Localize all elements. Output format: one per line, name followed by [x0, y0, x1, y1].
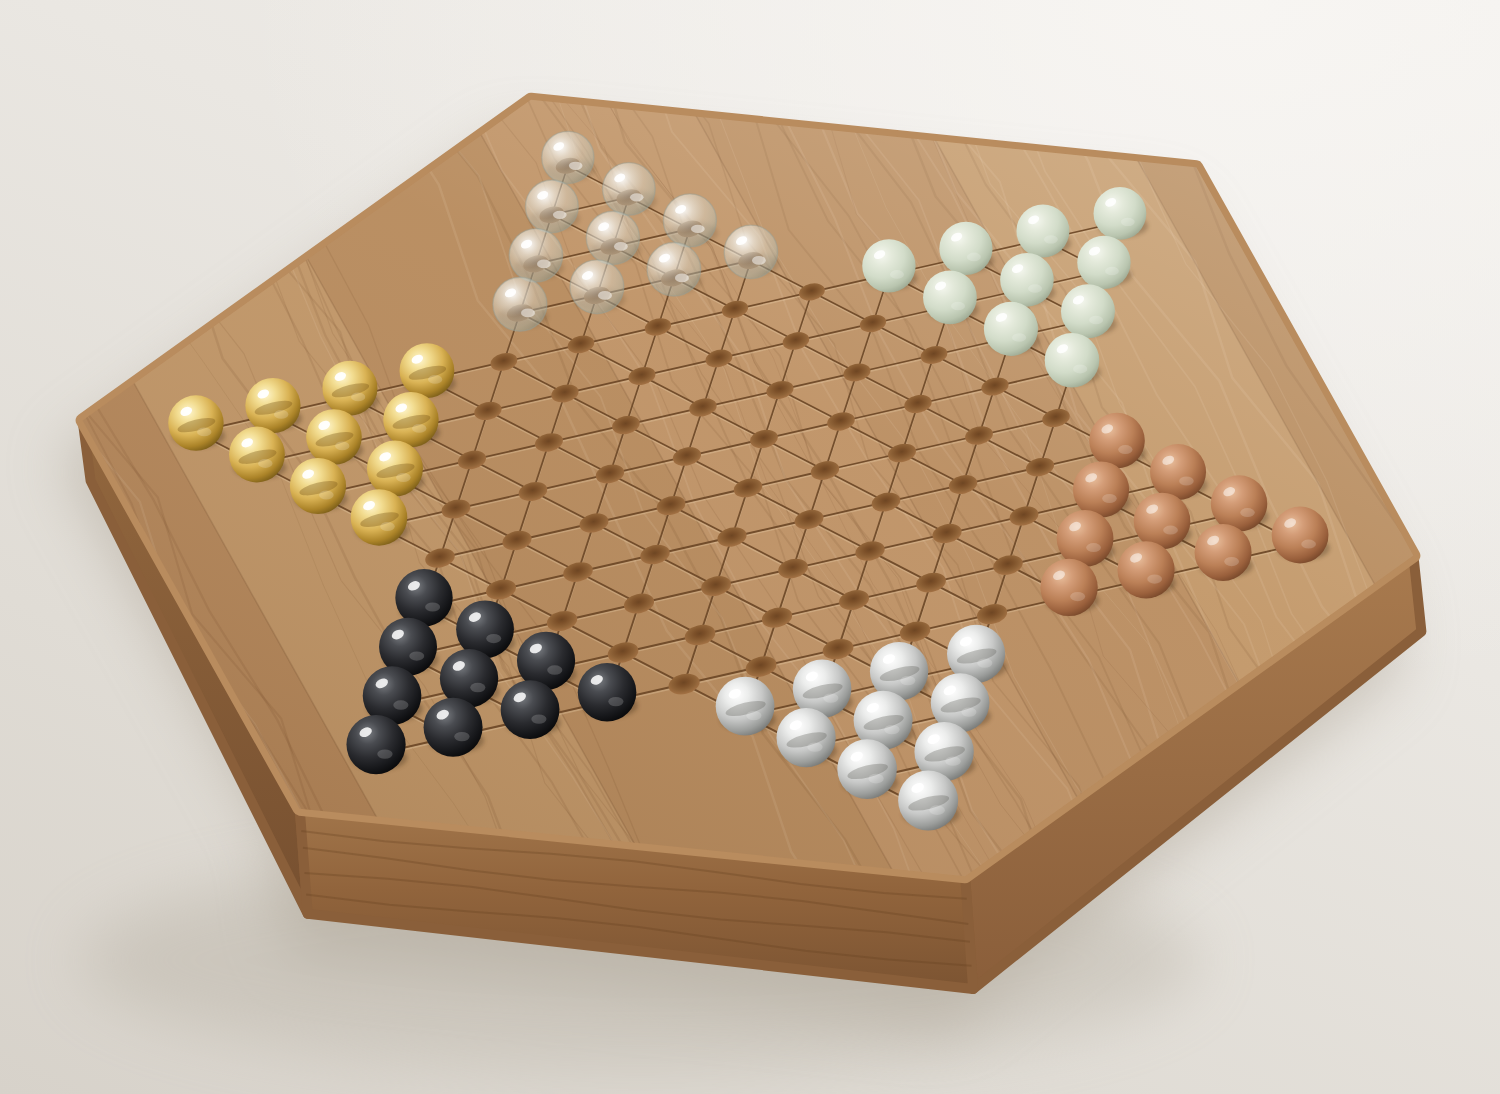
rim-light [537, 260, 551, 269]
rim-light [1102, 494, 1117, 503]
rim-light [1118, 445, 1132, 454]
marble-sphere [1061, 284, 1115, 338]
rim-light [351, 393, 365, 402]
marble-sphere [1211, 475, 1267, 531]
rim-light [553, 211, 567, 219]
rim-light [961, 707, 976, 716]
rim-light [335, 442, 349, 451]
rim-light [951, 302, 965, 311]
marble-sphere [501, 680, 560, 739]
marble-sphere [578, 663, 637, 722]
marble-sphere [1045, 333, 1100, 388]
rim-light [1179, 477, 1194, 486]
rim-light [1089, 316, 1103, 325]
rim-light [396, 473, 411, 482]
rim-light [598, 291, 612, 300]
marble-sphere [1272, 507, 1329, 564]
rim-light [258, 459, 272, 468]
marble-sphere [493, 277, 547, 331]
rim-light [470, 683, 485, 692]
marble-sphere [724, 225, 777, 278]
rim-light [1240, 508, 1255, 517]
rim-light [531, 714, 546, 723]
scene [0, 0, 1500, 1094]
rim-light [377, 749, 392, 758]
rim-light [1163, 526, 1178, 535]
marble-sphere [1089, 413, 1145, 469]
marble-sphere [586, 211, 639, 264]
rim-light [868, 774, 883, 784]
rim-light [412, 424, 426, 433]
rim-light [274, 410, 288, 419]
rim-light [569, 162, 583, 170]
rim-light [967, 253, 981, 262]
marble-sphere [509, 229, 562, 282]
rim-light [1121, 218, 1135, 226]
rim-light [380, 522, 395, 531]
rim-light [547, 665, 562, 674]
marble-sphere [542, 131, 594, 183]
chinese-checkers-board [0, 0, 1500, 1094]
marble-sphere [984, 302, 1038, 356]
rim-light [884, 725, 899, 734]
rim-light [428, 375, 442, 384]
marble-sphere [923, 270, 977, 324]
rim-light [807, 742, 822, 751]
rim-light [752, 256, 766, 265]
rim-light [608, 697, 623, 706]
rim-light [1301, 540, 1316, 549]
rim-light [521, 309, 535, 318]
rim-light [1086, 543, 1101, 552]
rim-light [454, 732, 469, 741]
marble-sphere [1134, 493, 1191, 550]
marble-sphere [1117, 541, 1174, 598]
marble-sphere [663, 194, 716, 247]
marble-sphere [603, 163, 656, 216]
marble-sphere [1094, 187, 1147, 240]
marble-sphere [1016, 204, 1069, 257]
marble-sphere [939, 222, 992, 275]
marble-sphere [1195, 524, 1252, 581]
rim-light [691, 225, 705, 233]
rim-light [1105, 267, 1119, 276]
marble-sphere [525, 180, 578, 233]
rim-light [1012, 333, 1026, 342]
rim-light [977, 658, 992, 667]
marble-sphere [346, 715, 405, 774]
rim-light [1044, 235, 1058, 243]
rim-light [890, 270, 904, 279]
marble-sphere [1073, 461, 1129, 517]
rim-light [900, 676, 915, 685]
marble-sphere [1057, 510, 1114, 567]
rim-light [823, 693, 838, 702]
rim-light [630, 193, 644, 201]
rim-light [1073, 365, 1087, 374]
rim-light [1070, 592, 1085, 601]
marble-sphere [424, 698, 483, 757]
rim-light [425, 602, 440, 611]
marble-sphere [1000, 253, 1054, 307]
rim-light [929, 805, 945, 815]
marble-sphere [395, 569, 452, 626]
marble-sphere [570, 260, 624, 314]
rim-light [319, 490, 334, 499]
rim-light [945, 756, 960, 765]
rim-light [746, 711, 761, 720]
marble-sphere [1150, 444, 1206, 500]
rim-light [393, 700, 408, 709]
marble-sphere [1040, 559, 1097, 616]
marble-sphere [647, 243, 701, 297]
rim-light [1224, 557, 1239, 566]
rim-light [1147, 574, 1162, 583]
rim-light [1028, 284, 1042, 293]
rim-light [486, 634, 501, 643]
rim-light [197, 428, 211, 437]
rim-light [675, 274, 689, 283]
rim-light [614, 242, 628, 251]
marble-sphere [862, 239, 915, 292]
rim-light [409, 651, 424, 660]
marble-sphere [1077, 236, 1130, 289]
